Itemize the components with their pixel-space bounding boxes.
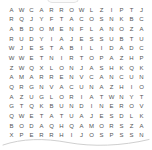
grid-cell-r7c3[interactable]: Q [27, 63, 37, 73]
grid-cell-r10c6[interactable]: O [57, 92, 67, 102]
grid-cell-r5c9[interactable]: L [87, 44, 97, 54]
grid-cell-r10c7[interactable]: R [67, 92, 77, 102]
grid-cell-r11c14[interactable]: V [137, 101, 147, 111]
grid-cell-r7c8[interactable]: J [77, 63, 87, 73]
grid-cell-r4c4[interactable]: Y [37, 34, 47, 44]
grid-cell-r2c2[interactable]: Q [17, 15, 27, 25]
grid-cell-r5c11[interactable]: D [107, 44, 117, 54]
grid-cell-r1c9[interactable]: L [87, 5, 97, 15]
grid-cell-r10c11[interactable]: W [107, 92, 117, 102]
grid-cell-r5c4[interactable]: S [37, 44, 47, 54]
grid-cell-r2c12[interactable]: K [117, 15, 127, 25]
grid-cell-r12c7[interactable]: U [67, 111, 77, 121]
grid-cell-r10c13[interactable]: Y [127, 92, 137, 102]
grid-cell-r4c3[interactable]: D [27, 34, 37, 44]
grid-cell-r10c14[interactable]: T [137, 92, 147, 102]
grid-cell-r2c13[interactable]: B [127, 15, 137, 25]
grid-cell-r13c13[interactable]: Z [127, 121, 137, 131]
grid-cell-r13c12[interactable]: S [117, 121, 127, 131]
grid-cell-r8c7[interactable]: N [67, 73, 77, 83]
grid-cell-r6c2[interactable]: W [17, 53, 27, 63]
grid-cell-r2c7[interactable]: A [67, 15, 77, 25]
grid-cell-r10c12[interactable]: N [117, 92, 127, 102]
grid-cell-r7c9[interactable]: A [87, 63, 97, 73]
grid-cell-r10c10[interactable]: T [97, 92, 107, 102]
grid-cell-r11c4[interactable]: K [37, 101, 47, 111]
grid-cell-r5c8[interactable]: I [77, 44, 87, 54]
grid-cell-r7c10[interactable]: S [97, 63, 107, 73]
wave-decoration [0, 134, 152, 150]
grid-cell-r8c13[interactable]: U [127, 73, 137, 83]
grid-cell-r6c14[interactable]: P [137, 53, 147, 63]
grid-cell-r3c8[interactable]: F [77, 24, 87, 34]
grid-cell-r6c10[interactable]: P [97, 53, 107, 63]
grid-cell-r13c2[interactable]: O [17, 121, 27, 131]
grid-cell-r7c14[interactable]: K [137, 63, 147, 73]
grid-cell-r2c6[interactable]: T [57, 15, 67, 25]
grid-cell-r13c14[interactable]: A [137, 121, 147, 131]
grid-cell-r11c1[interactable]: G [7, 101, 17, 111]
grid-cell-r11c8[interactable]: D [77, 101, 87, 111]
grid-cell-r2c14[interactable]: C [137, 15, 147, 25]
grid-cell-r3c10[interactable]: A [97, 24, 107, 34]
grid-cell-r10c9[interactable]: A [87, 92, 97, 102]
grid-cell-r6c5[interactable]: N [47, 53, 57, 63]
grid-cell-r9c2[interactable]: R [17, 82, 27, 92]
grid-cell-r8c11[interactable]: N [107, 73, 117, 83]
grid-cell-r1c12[interactable]: P [117, 5, 127, 15]
grid-cell-r1c6[interactable]: R [57, 5, 67, 15]
grid-cell-r1c2[interactable]: W [17, 5, 27, 15]
grid-cell-r1c4[interactable]: A [37, 5, 47, 15]
grid-cell-r13c11[interactable]: R [107, 121, 117, 131]
grid-cell-r9c8[interactable]: U [77, 82, 87, 92]
grid-cell-r11c5[interactable]: B [47, 101, 57, 111]
word-search-board: AWCARROWLZIPTJRQJYFTACOSNKBCABDOMENFLANO… [0, 0, 152, 150]
grid-cell-r2c1[interactable]: R [7, 15, 17, 25]
grid-cell-r13c5[interactable]: Q [47, 121, 57, 131]
grid-cell-r13c8[interactable]: A [77, 121, 87, 131]
grid-cell-r7c12[interactable]: K [117, 63, 127, 73]
grid-cell-r6c9[interactable]: O [87, 53, 97, 63]
grid-cell-r2c9[interactable]: O [87, 15, 97, 25]
letter-grid: AWCARROWLZIPTJRQJYFTACOSNKBCABDOMENFLANO… [7, 5, 147, 140]
grid-cell-r10c2[interactable]: Z [17, 92, 27, 102]
grid-cell-r7c4[interactable]: X [37, 63, 47, 73]
grid-cell-r1c3[interactable]: C [27, 5, 37, 15]
grid-cell-r8c4[interactable]: R [37, 73, 47, 83]
top-tab-decoration [47, 0, 79, 3]
grid-cell-r9c11[interactable]: Z [107, 82, 117, 92]
grid-cell-r9c6[interactable]: A [57, 82, 67, 92]
grid-cell-r12c5[interactable]: A [47, 111, 57, 121]
grid-cell-r13c9[interactable]: M [87, 121, 97, 131]
grid-cell-r5c6[interactable]: A [57, 44, 67, 54]
grid-cell-r5c1[interactable]: W [7, 44, 17, 54]
grid-cell-r11c7[interactable]: N [67, 101, 77, 111]
grid-cell-r9c14[interactable]: O [137, 82, 147, 92]
grid-cell-r11c6[interactable]: U [57, 101, 67, 111]
grid-cell-r7c1[interactable]: Z [7, 63, 17, 73]
grid-cell-r12c11[interactable]: S [107, 111, 117, 121]
grid-cell-r11c11[interactable]: E [107, 101, 117, 111]
grid-cell-r7c13[interactable]: Q [127, 63, 137, 73]
grid-cell-r4c13[interactable]: T [127, 34, 137, 44]
grid-cell-r12c1[interactable]: Q [7, 111, 17, 121]
grid-cell-r6c11[interactable]: A [107, 53, 117, 63]
grid-cell-r10c3[interactable]: U [27, 92, 37, 102]
grid-cell-r4c2[interactable]: U [17, 34, 27, 44]
grid-cell-r4c11[interactable]: U [107, 34, 117, 44]
grid-cell-r9c13[interactable]: I [127, 82, 137, 92]
grid-cell-r9c4[interactable]: N [37, 82, 47, 92]
grid-cell-r9c9[interactable]: N [87, 82, 97, 92]
grid-cell-r9c10[interactable]: A [97, 82, 107, 92]
grid-cell-r12c10[interactable]: E [97, 111, 107, 121]
grid-cell-r8c1[interactable]: A [7, 73, 17, 83]
grid-cell-r4c7[interactable]: J [67, 34, 77, 44]
grid-cell-r5c12[interactable]: A [117, 44, 127, 54]
grid-cell-r3c2[interactable]: B [17, 24, 27, 34]
grid-cell-r1c7[interactable]: O [67, 5, 77, 15]
grid-cell-r8c14[interactable]: N [137, 73, 147, 83]
grid-cell-r12c12[interactable]: D [117, 111, 127, 121]
grid-cell-r11c3[interactable]: Q [27, 101, 37, 111]
grid-cell-r1c14[interactable]: J [137, 5, 147, 15]
grid-cell-r3c13[interactable]: Z [127, 24, 137, 34]
grid-cell-r5c2[interactable]: J [17, 44, 27, 54]
grid-cell-r5c13[interactable]: D [127, 44, 137, 54]
grid-cell-r1c13[interactable]: T [127, 5, 137, 15]
grid-cell-r4c6[interactable]: A [57, 34, 67, 44]
grid-cell-r3c6[interactable]: E [57, 24, 67, 34]
grid-cell-r3c12[interactable]: O [117, 24, 127, 34]
grid-cell-r5c3[interactable]: E [27, 44, 37, 54]
grid-cell-r6c1[interactable]: W [7, 53, 17, 63]
grid-cell-r13c3[interactable]: D [27, 121, 37, 131]
grid-cell-r13c4[interactable]: A [37, 121, 47, 131]
grid-cell-r7c11[interactable]: H [107, 63, 117, 73]
grid-cell-r8c5[interactable]: R [47, 73, 57, 83]
grid-cell-r3c7[interactable]: N [67, 24, 77, 34]
grid-cell-r4c5[interactable]: I [47, 34, 57, 44]
grid-cell-r6c7[interactable]: R [67, 53, 77, 63]
grid-cell-r13c7[interactable]: Q [67, 121, 77, 131]
grid-cell-r4c12[interactable]: B [117, 34, 127, 44]
grid-cell-r3c11[interactable]: N [107, 24, 117, 34]
grid-cell-r8c6[interactable]: E [57, 73, 67, 83]
grid-cell-r1c8[interactable]: W [77, 5, 87, 15]
grid-cell-r3c1[interactable]: A [7, 24, 17, 34]
grid-cell-r3c5[interactable]: M [47, 24, 57, 34]
grid-cell-r1c10[interactable]: Z [97, 5, 107, 15]
grid-cell-r6c4[interactable]: T [37, 53, 47, 63]
grid-cell-r6c3[interactable]: E [27, 53, 37, 63]
grid-cell-r8c12[interactable]: C [117, 73, 127, 83]
grid-cell-r8c3[interactable]: A [27, 73, 37, 83]
grid-cell-r11c12[interactable]: R [117, 101, 127, 111]
grid-cell-r10c8[interactable]: I [77, 92, 87, 102]
grid-cell-r8c8[interactable]: V [77, 73, 87, 83]
grid-cell-r6c12[interactable]: Z [117, 53, 127, 63]
grid-cell-r8c2[interactable]: M [17, 73, 27, 83]
grid-cell-r5c7[interactable]: B [67, 44, 77, 54]
grid-cell-r9c5[interactable]: V [47, 82, 57, 92]
grid-cell-r12c4[interactable]: T [37, 111, 47, 121]
grid-cell-r5c14[interactable]: C [137, 44, 147, 54]
grid-cell-r13c6[interactable]: H [57, 121, 67, 131]
grid-cell-r2c4[interactable]: Y [37, 15, 47, 25]
grid-cell-r12c13[interactable]: L [127, 111, 137, 121]
grid-cell-r6c8[interactable]: T [77, 53, 87, 63]
grid-cell-r12c2[interactable]: W [17, 111, 27, 121]
grid-cell-r13c1[interactable]: B [7, 121, 17, 131]
grid-cell-r2c10[interactable]: S [97, 15, 107, 25]
grid-cell-r5c5[interactable]: T [47, 44, 57, 54]
grid-cell-r6c6[interactable]: I [57, 53, 67, 63]
grid-cell-r9c12[interactable]: H [117, 82, 127, 92]
grid-cell-r9c3[interactable]: G [27, 82, 37, 92]
grid-cell-r4c10[interactable]: S [97, 34, 107, 44]
grid-cell-r4c8[interactable]: E [77, 34, 87, 44]
grid-cell-r1c1[interactable]: A [7, 5, 17, 15]
grid-cell-r3c14[interactable]: A [137, 24, 147, 34]
grid-cell-r4c1[interactable]: R [7, 34, 17, 44]
grid-cell-r3c4[interactable]: O [37, 24, 47, 34]
grid-cell-r2c3[interactable]: J [27, 15, 37, 25]
grid-cell-r1c5[interactable]: R [47, 5, 57, 15]
grid-cell-r5c10[interactable]: I [97, 44, 107, 54]
grid-cell-r12c9[interactable]: J [87, 111, 97, 121]
grid-cell-r2c8[interactable]: C [77, 15, 87, 25]
grid-cell-r7c5[interactable]: L [47, 63, 57, 73]
grid-cell-r10c5[interactable]: L [47, 92, 57, 102]
grid-cell-r12c6[interactable]: T [57, 111, 67, 121]
grid-cell-r3c3[interactable]: D [27, 24, 37, 34]
grid-cell-r11c10[interactable]: N [97, 101, 107, 111]
grid-cell-r12c14[interactable]: K [137, 111, 147, 121]
grid-cell-r7c7[interactable]: N [67, 63, 77, 73]
grid-cell-r4c14[interactable]: U [137, 34, 147, 44]
grid-cell-r7c6[interactable]: O [57, 63, 67, 73]
grid-cell-r4c9[interactable]: S [87, 34, 97, 44]
grid-cell-r2c11[interactable]: N [107, 15, 117, 25]
grid-cell-r10c1[interactable]: A [7, 92, 17, 102]
grid-cell-r1c11[interactable]: I [107, 5, 117, 15]
grid-cell-r12c8[interactable]: A [77, 111, 87, 121]
grid-cell-r11c9[interactable]: I [87, 101, 97, 111]
grid-cell-r11c13[interactable]: O [127, 101, 137, 111]
grid-cell-r9c7[interactable]: C [67, 82, 77, 92]
grid-cell-r12c3[interactable]: E [27, 111, 37, 121]
grid-cell-r2c5[interactable]: F [47, 15, 57, 25]
grid-cell-r8c9[interactable]: C [87, 73, 97, 83]
grid-cell-r13c10[interactable]: O [97, 121, 107, 131]
grid-cell-r11c2[interactable]: T [17, 101, 27, 111]
grid-cell-r7c2[interactable]: W [17, 63, 27, 73]
grid-cell-r6c13[interactable]: H [127, 53, 137, 63]
grid-cell-r10c4[interactable]: G [37, 92, 47, 102]
grid-cell-r8c10[interactable]: A [97, 73, 107, 83]
grid-cell-r3c9[interactable]: L [87, 24, 97, 34]
grid-cell-r9c1[interactable]: Q [7, 82, 17, 92]
